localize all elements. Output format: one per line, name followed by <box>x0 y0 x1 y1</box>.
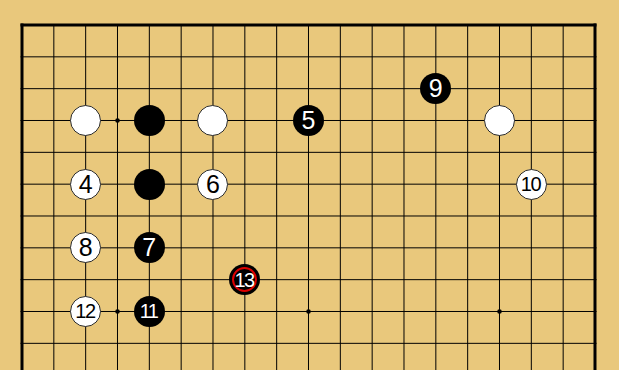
go-stones-layer[interactable]: 45678910111213 <box>6 9 611 359</box>
move-number: 9 <box>420 73 451 104</box>
stone-black-h11[interactable]: 13 <box>229 264 260 295</box>
stone-black-o17[interactable]: 9 <box>420 73 451 104</box>
stone-black-e16[interactable] <box>134 105 165 136</box>
move-number: 12 <box>71 297 100 326</box>
move-number: 6 <box>198 170 227 199</box>
move-number: 10 <box>517 170 546 199</box>
stone-black-e10[interactable]: 11 <box>134 296 165 327</box>
stone-white-c16[interactable] <box>70 105 101 136</box>
stone-black-e14[interactable] <box>134 169 165 200</box>
move-number: 8 <box>71 233 100 262</box>
stone-white-r14[interactable]: 10 <box>516 169 547 200</box>
move-number: 13 <box>229 264 260 295</box>
move-number: 11 <box>134 296 165 327</box>
move-number: 7 <box>134 232 165 263</box>
stone-black-k16[interactable]: 5 <box>293 105 324 136</box>
go-board-diagram: 45678910111213 <box>0 0 619 370</box>
move-number: 5 <box>293 105 324 136</box>
stone-white-g16[interactable] <box>197 105 228 136</box>
move-number: 4 <box>71 170 100 199</box>
stone-white-c10[interactable]: 12 <box>70 296 101 327</box>
stone-white-g14[interactable]: 6 <box>197 169 228 200</box>
stone-white-c12[interactable]: 8 <box>70 232 101 263</box>
stone-white-c14[interactable]: 4 <box>70 169 101 200</box>
stone-black-e12[interactable]: 7 <box>134 232 165 263</box>
stone-white-q16[interactable] <box>484 105 515 136</box>
